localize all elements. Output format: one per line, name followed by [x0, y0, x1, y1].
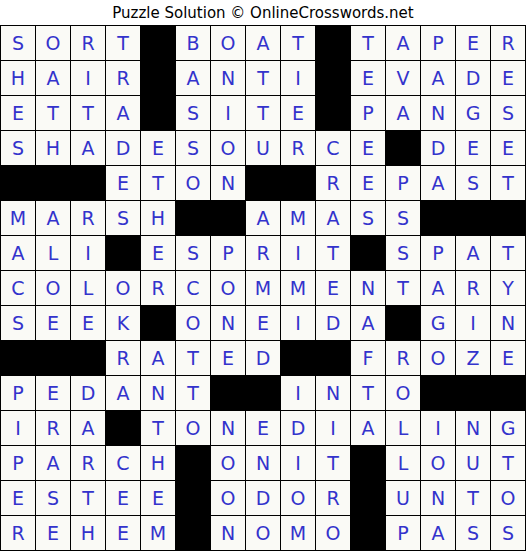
- letter-cell: S: [456, 516, 490, 550]
- letter-cell: S: [1, 306, 35, 340]
- letter-cell: A: [421, 166, 455, 200]
- black-cell: [176, 446, 210, 480]
- letter-cell: G: [421, 306, 455, 340]
- letter-cell: O: [176, 306, 210, 340]
- letter-cell: S: [1, 26, 35, 60]
- letter-cell: S: [106, 201, 140, 235]
- letter-cell: C: [316, 131, 350, 165]
- letter-cell: T: [491, 446, 525, 480]
- letter-cell: T: [281, 26, 315, 60]
- letter-cell: E: [456, 131, 490, 165]
- letter-cell: N: [421, 96, 455, 130]
- letter-cell: E: [211, 341, 245, 375]
- black-cell: [421, 201, 455, 235]
- letter-cell: S: [176, 96, 210, 130]
- letter-cell: L: [71, 271, 105, 305]
- letter-cell: D: [106, 131, 140, 165]
- letter-cell: E: [106, 481, 140, 515]
- letter-cell: A: [386, 26, 420, 60]
- letter-cell: P: [386, 166, 420, 200]
- letter-cell: E: [36, 376, 70, 410]
- letter-cell: S: [386, 201, 420, 235]
- letter-cell: I: [281, 61, 315, 95]
- black-cell: [491, 376, 525, 410]
- letter-cell: H: [71, 516, 105, 550]
- black-cell: [316, 61, 350, 95]
- black-cell: [141, 61, 175, 95]
- letter-cell: R: [71, 446, 105, 480]
- letter-cell: E: [36, 516, 70, 550]
- letter-cell: A: [71, 131, 105, 165]
- letter-cell: A: [36, 201, 70, 235]
- letter-cell: R: [316, 481, 350, 515]
- letter-cell: S: [176, 236, 210, 270]
- letter-cell: E: [1, 481, 35, 515]
- letter-cell: E: [316, 271, 350, 305]
- letter-cell: I: [1, 411, 35, 445]
- letter-cell: R: [71, 26, 105, 60]
- letter-cell: O: [211, 26, 245, 60]
- letter-cell: N: [141, 376, 175, 410]
- letter-cell: U: [456, 446, 490, 480]
- letter-cell: O: [211, 131, 245, 165]
- letter-cell: I: [281, 446, 315, 480]
- letter-cell: P: [351, 96, 385, 130]
- letter-cell: D: [71, 376, 105, 410]
- black-cell: [316, 26, 350, 60]
- letter-cell: E: [246, 306, 280, 340]
- letter-cell: T: [491, 236, 525, 270]
- letter-cell: E: [106, 166, 140, 200]
- letter-cell: A: [351, 306, 385, 340]
- letter-cell: P: [421, 26, 455, 60]
- black-cell: [141, 26, 175, 60]
- black-cell: [1, 166, 35, 200]
- letter-cell: N: [211, 411, 245, 445]
- letter-cell: E: [351, 166, 385, 200]
- letter-cell: N: [491, 306, 525, 340]
- letter-cell: T: [491, 166, 525, 200]
- black-cell: [386, 131, 420, 165]
- letter-cell: H: [141, 201, 175, 235]
- letter-cell: D: [316, 306, 350, 340]
- letter-cell: A: [71, 411, 105, 445]
- black-cell: [141, 96, 175, 130]
- letter-cell: B: [176, 26, 210, 60]
- letter-cell: O: [421, 446, 455, 480]
- letter-cell: O: [176, 411, 210, 445]
- letter-cell: S: [456, 166, 490, 200]
- letter-cell: D: [246, 481, 280, 515]
- letter-cell: O: [176, 166, 210, 200]
- letter-cell: R: [141, 271, 175, 305]
- letter-cell: T: [176, 341, 210, 375]
- letter-cell: H: [36, 131, 70, 165]
- letter-cell: S: [36, 481, 70, 515]
- letter-cell: O: [36, 271, 70, 305]
- letter-cell: E: [71, 306, 105, 340]
- letter-cell: D: [246, 341, 280, 375]
- black-cell: [456, 376, 490, 410]
- letter-cell: N: [456, 411, 490, 445]
- black-cell: [106, 236, 140, 270]
- letter-cell: O: [281, 481, 315, 515]
- letter-cell: R: [71, 201, 105, 235]
- letter-cell: E: [281, 96, 315, 130]
- letter-cell: P: [211, 236, 245, 270]
- letter-cell: I: [456, 306, 490, 340]
- letter-cell: A: [1, 236, 35, 270]
- letter-cell: M: [281, 201, 315, 235]
- letter-cell: F: [351, 341, 385, 375]
- letter-cell: M: [1, 201, 35, 235]
- black-cell: [176, 201, 210, 235]
- letter-cell: T: [141, 411, 175, 445]
- letter-cell: S: [176, 131, 210, 165]
- letter-cell: A: [106, 96, 140, 130]
- letter-cell: O: [211, 481, 245, 515]
- letter-cell: G: [456, 96, 490, 130]
- letter-cell: I: [211, 96, 245, 130]
- letter-cell: O: [316, 516, 350, 550]
- letter-cell: A: [36, 61, 70, 95]
- letter-cell: P: [421, 236, 455, 270]
- letter-cell: R: [316, 166, 350, 200]
- letter-cell: A: [386, 96, 420, 130]
- black-cell: [316, 341, 350, 375]
- letter-cell: A: [421, 271, 455, 305]
- black-cell: [456, 201, 490, 235]
- black-cell: [351, 236, 385, 270]
- black-cell: [351, 446, 385, 480]
- letter-cell: A: [246, 201, 280, 235]
- letter-cell: P: [1, 376, 35, 410]
- letter-cell: A: [36, 446, 70, 480]
- letter-cell: Y: [491, 271, 525, 305]
- letter-cell: D: [456, 61, 490, 95]
- letter-cell: U: [246, 131, 280, 165]
- letter-cell: L: [386, 446, 420, 480]
- letter-cell: C: [106, 446, 140, 480]
- puzzle-title: Puzzle Solution © OnlineCrosswords.net: [0, 0, 526, 25]
- letter-cell: T: [176, 376, 210, 410]
- letter-cell: H: [1, 61, 35, 95]
- letter-cell: R: [491, 26, 525, 60]
- letter-cell: T: [351, 26, 385, 60]
- crossword-board: SORTBOATTAPERHAIRANTIEVADEETTASITEPANGSS…: [0, 25, 526, 551]
- letter-cell: N: [211, 516, 245, 550]
- letter-cell: O: [386, 376, 420, 410]
- letter-cell: E: [351, 131, 385, 165]
- letter-cell: Z: [456, 341, 490, 375]
- letter-cell: U: [386, 481, 420, 515]
- letter-cell: A: [456, 236, 490, 270]
- letter-cell: I: [71, 61, 105, 95]
- black-cell: [106, 411, 140, 445]
- letter-cell: O: [211, 446, 245, 480]
- letter-cell: A: [106, 376, 140, 410]
- letter-cell: N: [351, 271, 385, 305]
- letter-cell: N: [421, 481, 455, 515]
- letter-cell: I: [281, 236, 315, 270]
- letter-cell: L: [36, 236, 70, 270]
- letter-cell: I: [71, 236, 105, 270]
- black-cell: [211, 376, 245, 410]
- black-cell: [491, 201, 525, 235]
- letter-cell: R: [386, 341, 420, 375]
- letter-cell: G: [491, 411, 525, 445]
- letter-cell: T: [71, 481, 105, 515]
- letter-cell: T: [71, 96, 105, 130]
- letter-cell: S: [351, 201, 385, 235]
- black-cell: [1, 341, 35, 375]
- letter-cell: E: [36, 306, 70, 340]
- letter-cell: A: [421, 61, 455, 95]
- letter-cell: T: [316, 446, 350, 480]
- letter-cell: S: [491, 516, 525, 550]
- letter-cell: S: [1, 131, 35, 165]
- letter-cell: N: [246, 446, 280, 480]
- letter-cell: A: [246, 26, 280, 60]
- letter-cell: M: [246, 271, 280, 305]
- letter-cell: T: [106, 26, 140, 60]
- letter-cell: N: [211, 306, 245, 340]
- letter-cell: E: [1, 96, 35, 130]
- letter-cell: A: [351, 411, 385, 445]
- black-cell: [176, 516, 210, 550]
- black-cell: [351, 481, 385, 515]
- letter-cell: R: [246, 236, 280, 270]
- letter-cell: R: [106, 61, 140, 95]
- letter-cell: N: [211, 61, 245, 95]
- letter-cell: O: [211, 271, 245, 305]
- letter-cell: R: [106, 341, 140, 375]
- black-cell: [281, 166, 315, 200]
- black-cell: [316, 96, 350, 130]
- letter-cell: I: [421, 411, 455, 445]
- black-cell: [36, 341, 70, 375]
- black-cell: [246, 166, 280, 200]
- letter-cell: T: [141, 166, 175, 200]
- letter-cell: C: [1, 271, 35, 305]
- letter-cell: M: [281, 271, 315, 305]
- letter-cell: E: [141, 131, 175, 165]
- letter-cell: T: [36, 96, 70, 130]
- letter-cell: O: [491, 481, 525, 515]
- letter-cell: D: [281, 411, 315, 445]
- letter-cell: O: [421, 341, 455, 375]
- letter-cell: T: [351, 376, 385, 410]
- letter-cell: H: [141, 446, 175, 480]
- letter-cell: R: [1, 516, 35, 550]
- letter-cell: O: [246, 516, 280, 550]
- letter-cell: S: [491, 96, 525, 130]
- letter-cell: R: [36, 411, 70, 445]
- letter-cell: E: [491, 131, 525, 165]
- letter-cell: S: [386, 236, 420, 270]
- letter-cell: A: [421, 516, 455, 550]
- black-cell: [386, 306, 420, 340]
- letter-cell: N: [211, 166, 245, 200]
- letter-cell: E: [351, 61, 385, 95]
- black-cell: [421, 376, 455, 410]
- black-cell: [71, 166, 105, 200]
- black-cell: [141, 306, 175, 340]
- crossword-solution-page: Puzzle Solution © OnlineCrosswords.net S…: [0, 0, 526, 551]
- letter-cell: E: [456, 26, 490, 60]
- letter-cell: A: [176, 61, 210, 95]
- letter-cell: A: [316, 201, 350, 235]
- letter-cell: T: [246, 96, 280, 130]
- letter-cell: M: [141, 516, 175, 550]
- letter-cell: I: [281, 306, 315, 340]
- letter-cell: N: [316, 376, 350, 410]
- black-cell: [246, 376, 280, 410]
- letter-cell: M: [281, 516, 315, 550]
- letter-cell: K: [106, 306, 140, 340]
- letter-cell: E: [141, 481, 175, 515]
- letter-cell: A: [141, 341, 175, 375]
- letter-cell: P: [386, 516, 420, 550]
- letter-cell: T: [386, 271, 420, 305]
- letter-cell: I: [316, 411, 350, 445]
- letter-cell: T: [246, 61, 280, 95]
- letter-cell: V: [386, 61, 420, 95]
- letter-cell: O: [106, 271, 140, 305]
- letter-cell: L: [386, 411, 420, 445]
- black-cell: [36, 166, 70, 200]
- letter-cell: I: [281, 376, 315, 410]
- letter-cell: E: [491, 61, 525, 95]
- letter-cell: C: [176, 271, 210, 305]
- letter-cell: P: [1, 446, 35, 480]
- black-cell: [71, 341, 105, 375]
- letter-cell: E: [491, 341, 525, 375]
- letter-cell: E: [106, 516, 140, 550]
- letter-cell: E: [246, 411, 280, 445]
- black-cell: [176, 481, 210, 515]
- black-cell: [281, 341, 315, 375]
- letter-cell: R: [281, 131, 315, 165]
- letter-cell: D: [421, 131, 455, 165]
- letter-cell: T: [316, 236, 350, 270]
- letter-cell: E: [141, 236, 175, 270]
- letter-cell: O: [36, 26, 70, 60]
- black-cell: [211, 201, 245, 235]
- black-cell: [351, 516, 385, 550]
- letter-cell: R: [456, 271, 490, 305]
- letter-cell: T: [456, 481, 490, 515]
